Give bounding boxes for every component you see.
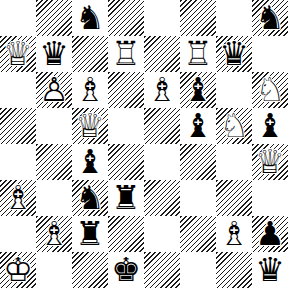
square-b7[interactable]: ♛♛ [36, 36, 72, 72]
white-queen: ♕ [72, 108, 108, 144]
square-a2[interactable] [0, 216, 36, 252]
square-c2[interactable]: ♜♜ [72, 216, 108, 252]
black-queen: ♛ [216, 36, 252, 72]
square-f4[interactable] [180, 144, 216, 180]
square-e5[interactable] [144, 108, 180, 144]
square-c3[interactable]: ♞♞ [72, 180, 108, 216]
white-king: ♔ [0, 252, 36, 288]
square-c5[interactable]: ♛♕ [72, 108, 108, 144]
square-f8[interactable] [180, 0, 216, 36]
white-queen: ♕ [0, 36, 36, 72]
square-e3[interactable] [144, 180, 180, 216]
square-f1[interactable] [180, 252, 216, 288]
white-rook: ♖ [108, 36, 144, 72]
square-d6[interactable] [108, 72, 144, 108]
square-a6[interactable] [0, 72, 36, 108]
square-e8[interactable] [144, 0, 180, 36]
square-g1[interactable] [216, 252, 252, 288]
black-bishop: ♝ [180, 108, 216, 144]
square-b1[interactable] [36, 252, 72, 288]
square-d3[interactable]: ♜♜ [108, 180, 144, 216]
white-bishop: ♗ [36, 216, 72, 252]
square-c8[interactable]: ♞♞ [72, 0, 108, 36]
square-a5[interactable] [0, 108, 36, 144]
square-d8[interactable] [108, 0, 144, 36]
square-f7[interactable]: ♜♖ [180, 36, 216, 72]
square-g5[interactable]: ♞♘ [216, 108, 252, 144]
white-pawn: ♙ [36, 72, 72, 108]
white-bishop: ♗ [72, 72, 108, 108]
square-g3[interactable] [216, 180, 252, 216]
square-g4[interactable] [216, 144, 252, 180]
black-knight: ♞ [72, 180, 108, 216]
black-bishop: ♝ [252, 108, 288, 144]
square-e4[interactable] [144, 144, 180, 180]
square-c7[interactable] [72, 36, 108, 72]
square-e6[interactable]: ♝♗ [144, 72, 180, 108]
black-queen: ♛ [36, 36, 72, 72]
white-knight: ♘ [252, 72, 288, 108]
square-e2[interactable] [144, 216, 180, 252]
chess-board: ♞♞♞♞♛♕♛♛♜♖♜♖♛♛♟♙♝♗♝♗♝♝♞♘♛♕♝♝♞♘♝♝♝♝♛♕♝♗♞♞… [0, 0, 288, 288]
black-queen: ♛ [252, 252, 288, 288]
square-e1[interactable] [144, 252, 180, 288]
black-rook: ♜ [72, 216, 108, 252]
white-rook: ♖ [180, 36, 216, 72]
black-pawn: ♟ [252, 216, 288, 252]
square-a3[interactable]: ♝♗ [0, 180, 36, 216]
square-h6[interactable]: ♞♘ [252, 72, 288, 108]
square-f2[interactable] [180, 216, 216, 252]
square-a1[interactable]: ♚♔ [0, 252, 36, 288]
square-d2[interactable] [108, 216, 144, 252]
square-b4[interactable] [36, 144, 72, 180]
white-bishop: ♗ [144, 72, 180, 108]
black-bishop: ♝ [72, 144, 108, 180]
square-f3[interactable] [180, 180, 216, 216]
black-rook: ♜ [108, 180, 144, 216]
square-h5[interactable]: ♝♝ [252, 108, 288, 144]
square-a7[interactable]: ♛♕ [0, 36, 36, 72]
square-d7[interactable]: ♜♖ [108, 36, 144, 72]
white-bishop: ♗ [216, 216, 252, 252]
white-bishop: ♗ [0, 180, 36, 216]
square-d5[interactable] [108, 108, 144, 144]
black-king: ♚ [108, 252, 144, 288]
square-b3[interactable] [36, 180, 72, 216]
square-g7[interactable]: ♛♛ [216, 36, 252, 72]
square-b5[interactable] [36, 108, 72, 144]
square-h8[interactable]: ♞♞ [252, 0, 288, 36]
black-knight: ♞ [252, 0, 288, 36]
square-f5[interactable]: ♝♝ [180, 108, 216, 144]
square-a8[interactable] [0, 0, 36, 36]
square-g2[interactable]: ♝♗ [216, 216, 252, 252]
black-knight: ♞ [72, 0, 108, 36]
square-e7[interactable] [144, 36, 180, 72]
white-knight: ♘ [216, 108, 252, 144]
square-b8[interactable] [36, 0, 72, 36]
square-h2[interactable]: ♟♟ [252, 216, 288, 252]
square-b6[interactable]: ♟♙ [36, 72, 72, 108]
square-a4[interactable] [0, 144, 36, 180]
square-g6[interactable] [216, 72, 252, 108]
square-c6[interactable]: ♝♗ [72, 72, 108, 108]
square-g8[interactable] [216, 0, 252, 36]
black-bishop: ♝ [180, 72, 216, 108]
square-c1[interactable] [72, 252, 108, 288]
square-h7[interactable] [252, 36, 288, 72]
chess-board-wrap: ♞♞♞♞♛♕♛♛♜♖♜♖♛♛♟♙♝♗♝♗♝♝♞♘♛♕♝♝♞♘♝♝♝♝♛♕♝♗♞♞… [0, 0, 288, 288]
square-f6[interactable]: ♝♝ [180, 72, 216, 108]
square-d4[interactable] [108, 144, 144, 180]
square-b2[interactable]: ♝♗ [36, 216, 72, 252]
square-d1[interactable]: ♚♚ [108, 252, 144, 288]
square-h3[interactable] [252, 180, 288, 216]
white-queen: ♕ [252, 144, 288, 180]
square-h1[interactable]: ♛♛ [252, 252, 288, 288]
square-h4[interactable]: ♛♕ [252, 144, 288, 180]
square-c4[interactable]: ♝♝ [72, 144, 108, 180]
